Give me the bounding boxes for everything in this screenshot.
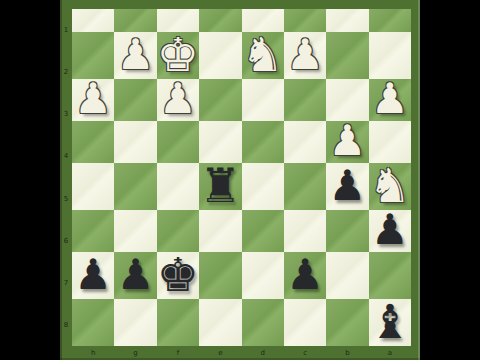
- square-e5[interactable]: ♜: [199, 163, 241, 210]
- square-d4[interactable]: [242, 121, 284, 163]
- square-a3[interactable]: ♟: [369, 79, 411, 121]
- square-h3[interactable]: ♟: [72, 79, 114, 121]
- square-h7[interactable]: ♟: [72, 252, 114, 299]
- square-e1[interactable]: [199, 9, 241, 32]
- square-b1[interactable]: [326, 9, 368, 32]
- square-b4[interactable]: ♟: [326, 121, 368, 163]
- square-e6[interactable]: [199, 210, 241, 252]
- rank-labels: 12345678: [60, 9, 72, 346]
- file-label-b: b: [326, 346, 368, 360]
- square-b3[interactable]: [326, 79, 368, 121]
- square-f6[interactable]: [157, 210, 199, 252]
- square-g4[interactable]: [114, 121, 156, 163]
- rank-label-3: 3: [60, 93, 72, 135]
- square-e8[interactable]: [199, 299, 241, 346]
- square-c3[interactable]: [284, 79, 326, 121]
- square-f1[interactable]: [157, 9, 199, 32]
- square-g8[interactable]: [114, 299, 156, 346]
- square-d6[interactable]: [242, 210, 284, 252]
- letterbox-left: [0, 0, 60, 360]
- square-g5[interactable]: [114, 163, 156, 210]
- square-a1[interactable]: [369, 9, 411, 32]
- file-label-g: g: [114, 346, 156, 360]
- square-g3[interactable]: [114, 79, 156, 121]
- board-grid: ♟♚♞♟♟♟♟♟♜♟♞♟♟♟♚♟♝: [72, 9, 411, 346]
- square-g6[interactable]: [114, 210, 156, 252]
- square-a7[interactable]: [369, 252, 411, 299]
- file-labels: hgfedcba: [72, 346, 411, 360]
- piece-white-knight: ♞: [242, 31, 284, 78]
- square-d7[interactable]: [242, 252, 284, 299]
- piece-black-bishop: ♝: [369, 298, 411, 345]
- square-f5[interactable]: [157, 163, 199, 210]
- piece-black-pawn: ♟: [117, 254, 155, 296]
- square-f2[interactable]: ♚: [157, 32, 199, 79]
- letterbox-right: [420, 0, 480, 360]
- square-e4[interactable]: [199, 121, 241, 163]
- rank-label-4: 4: [60, 135, 72, 177]
- square-d8[interactable]: [242, 299, 284, 346]
- square-b6[interactable]: [326, 210, 368, 252]
- file-label-c: c: [284, 346, 326, 360]
- square-b2[interactable]: [326, 32, 368, 79]
- square-h6[interactable]: [72, 210, 114, 252]
- piece-black-pawn: ♟: [74, 254, 112, 296]
- square-h8[interactable]: [72, 299, 114, 346]
- square-g1[interactable]: [114, 9, 156, 32]
- square-f3[interactable]: ♟: [157, 79, 199, 121]
- square-e7[interactable]: [199, 252, 241, 299]
- square-h1[interactable]: [72, 9, 114, 32]
- square-c4[interactable]: [284, 121, 326, 163]
- rank-label-1: 1: [60, 9, 72, 51]
- square-h2[interactable]: [72, 32, 114, 79]
- piece-white-pawn: ♟: [329, 120, 367, 162]
- square-a5[interactable]: ♞: [369, 163, 411, 210]
- video-frame: 12345678 hgfedcba ♟♚♞♟♟♟♟♟♜♟♞♟♟♟♚♟♝: [0, 0, 480, 360]
- chess-board: 12345678 hgfedcba ♟♚♞♟♟♟♟♟♜♟♞♟♟♟♚♟♝: [60, 0, 420, 360]
- piece-black-pawn: ♟: [286, 254, 324, 296]
- rank-label-7: 7: [60, 262, 72, 304]
- rank-label-8: 8: [60, 304, 72, 346]
- piece-black-rook: ♜: [199, 162, 241, 209]
- piece-black-king: ♚: [157, 251, 199, 298]
- rank-label-2: 2: [60, 51, 72, 93]
- rank-label-6: 6: [60, 220, 72, 262]
- piece-black-pawn: ♟: [329, 165, 367, 207]
- piece-white-pawn: ♟: [117, 34, 155, 76]
- piece-white-pawn: ♟: [159, 78, 197, 120]
- square-c6[interactable]: [284, 210, 326, 252]
- file-label-h: h: [72, 346, 114, 360]
- square-d3[interactable]: [242, 79, 284, 121]
- square-h4[interactable]: [72, 121, 114, 163]
- piece-white-knight: ♞: [369, 162, 411, 209]
- file-label-f: f: [157, 346, 199, 360]
- square-c2[interactable]: ♟: [284, 32, 326, 79]
- square-c8[interactable]: [284, 299, 326, 346]
- square-b5[interactable]: ♟: [326, 163, 368, 210]
- square-f4[interactable]: [157, 121, 199, 163]
- rank-label-5: 5: [60, 178, 72, 220]
- square-f8[interactable]: [157, 299, 199, 346]
- square-a2[interactable]: [369, 32, 411, 79]
- piece-white-pawn: ♟: [286, 34, 324, 76]
- file-label-a: a: [369, 346, 411, 360]
- square-a8[interactable]: ♝: [369, 299, 411, 346]
- file-label-e: e: [199, 346, 241, 360]
- square-d5[interactable]: [242, 163, 284, 210]
- piece-white-king: ♚: [157, 31, 199, 78]
- square-d2[interactable]: ♞: [242, 32, 284, 79]
- square-b8[interactable]: [326, 299, 368, 346]
- square-h5[interactable]: [72, 163, 114, 210]
- piece-white-pawn: ♟: [74, 78, 112, 120]
- file-label-d: d: [242, 346, 284, 360]
- square-c5[interactable]: [284, 163, 326, 210]
- square-g7[interactable]: ♟: [114, 252, 156, 299]
- square-d1[interactable]: [242, 9, 284, 32]
- piece-white-pawn: ♟: [371, 78, 409, 120]
- square-f7[interactable]: ♚: [157, 252, 199, 299]
- square-a4[interactable]: [369, 121, 411, 163]
- square-b7[interactable]: [326, 252, 368, 299]
- square-e2[interactable]: [199, 32, 241, 79]
- square-c7[interactable]: ♟: [284, 252, 326, 299]
- square-c1[interactable]: [284, 9, 326, 32]
- square-e3[interactable]: [199, 79, 241, 121]
- square-a6[interactable]: ♟: [369, 210, 411, 252]
- piece-black-pawn: ♟: [371, 209, 409, 251]
- square-g2[interactable]: ♟: [114, 32, 156, 79]
